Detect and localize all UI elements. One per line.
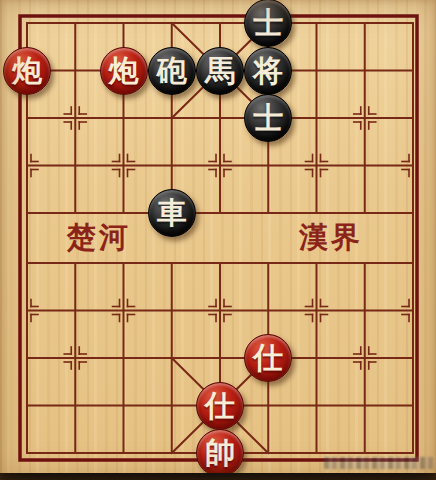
piece-black-general[interactable]: 将 [244,47,292,95]
piece-glyph: 士 [253,103,283,133]
piece-red-general[interactable]: 帥 [196,429,244,477]
piece-red-advisor[interactable]: 仕 [196,382,244,430]
piece-black-horse[interactable]: 馬 [196,47,244,95]
piece-black-chariot[interactable]: 車 [148,189,196,237]
piece-glyph: 砲 [157,56,187,86]
piece-black-advisor[interactable]: 士 [244,94,292,142]
bottom-letterbox [0,473,436,480]
piece-glyph: 仕 [205,391,235,421]
piece-black-advisor[interactable]: 士 [244,0,292,47]
piece-glyph: 炮 [109,56,139,86]
piece-red-advisor[interactable]: 仕 [244,334,292,382]
piece-glyph: 士 [253,8,283,38]
xiangqi-app: 楚河 漢界 士炮炮砲馬将士車仕仕帥 [0,0,436,480]
piece-glyph: 馬 [205,56,235,86]
pieces-layer: 士炮炮砲馬将士車仕仕帥 [0,0,436,480]
piece-red-cannon[interactable]: 炮 [100,47,148,95]
piece-glyph: 仕 [253,343,283,373]
piece-red-cannon[interactable]: 炮 [3,47,51,95]
piece-glyph: 将 [253,56,283,86]
watermark [324,457,434,469]
piece-glyph: 炮 [12,56,42,86]
piece-glyph: 車 [157,198,187,228]
piece-black-cannon[interactable]: 砲 [148,47,196,95]
piece-glyph: 帥 [205,438,235,468]
